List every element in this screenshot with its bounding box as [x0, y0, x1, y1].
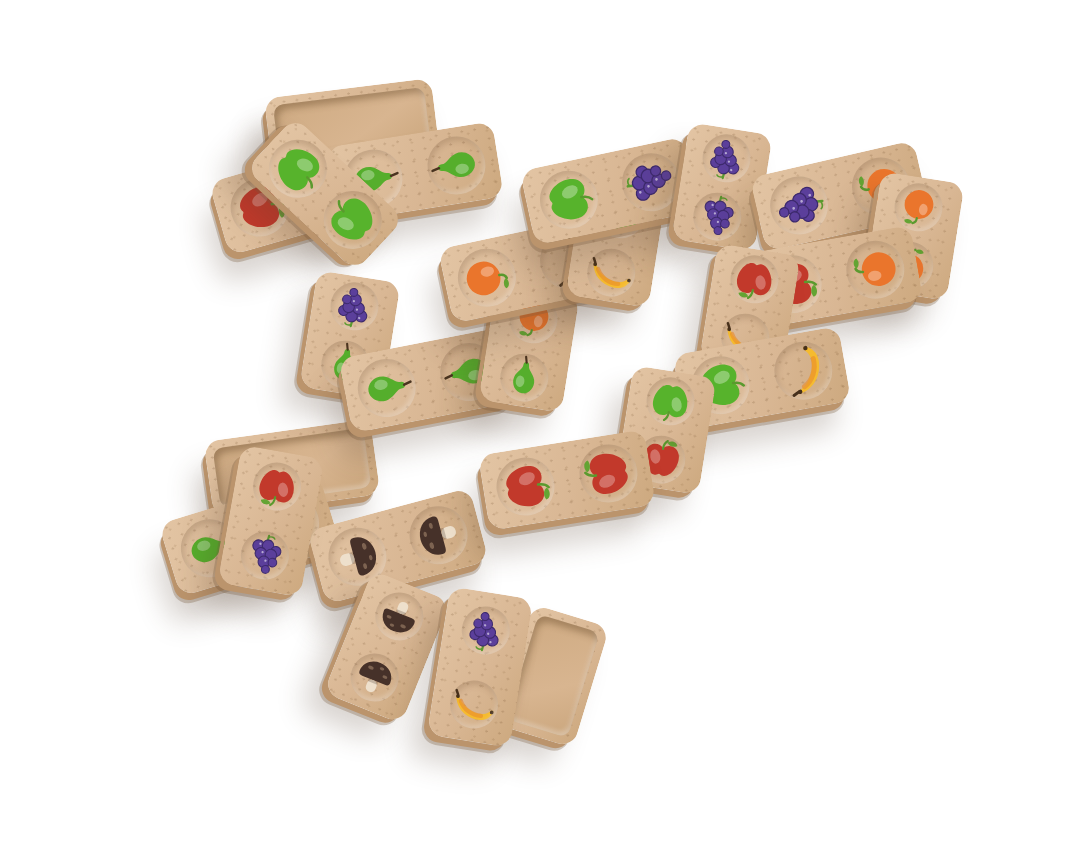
fruit-grapes-icon — [671, 180, 763, 251]
fruit-banana-icon — [755, 326, 851, 415]
fruit-apple-icon — [478, 442, 573, 530]
fruit-pear-icon — [338, 343, 435, 434]
fruit-pear-icon — [409, 121, 504, 209]
veggie-mushroom-icon — [388, 488, 489, 583]
fruit-orange-icon — [827, 225, 923, 314]
domino-tile-apple-apple[interactable] — [478, 429, 656, 530]
fruit-grapes-icon — [217, 514, 312, 598]
fruit-banana-icon — [427, 660, 522, 747]
fruit-grapes-icon — [439, 586, 534, 673]
fruit-apple-icon — [561, 429, 656, 517]
table-surface — [0, 0, 1092, 852]
